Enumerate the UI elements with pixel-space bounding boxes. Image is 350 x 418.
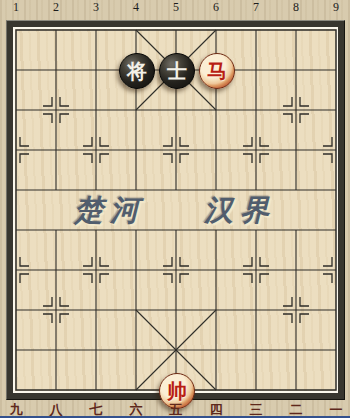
piece-black-advisor[interactable]: 士 [159,53,195,89]
piece-red-horse[interactable]: 马 [199,53,235,89]
xiangqi-board-screen: 123456789 楚河 汉界 将士马帅 九八七六五四三二一 [0,0,350,418]
piece-black-general[interactable]: 将 [119,53,155,89]
